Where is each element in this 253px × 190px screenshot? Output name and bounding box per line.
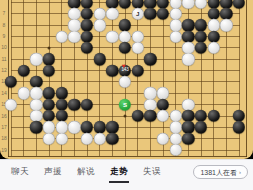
white-stone: [17, 87, 29, 99]
tab-失误[interactable]: 失误: [142, 164, 162, 183]
white-stone: [55, 30, 67, 42]
black-stone: [233, 121, 245, 133]
black-stone: [157, 8, 169, 20]
viewers-pill[interactable]: 1381人在看 ›: [193, 165, 248, 179]
black-stone: [93, 53, 105, 65]
white-stone: [68, 121, 80, 133]
white-stone: [182, 0, 194, 9]
black-stone: [43, 64, 55, 76]
last-move-triangle-icon: [122, 65, 126, 68]
white-stone: [43, 132, 55, 144]
white-stone: [182, 53, 194, 65]
white-stone: [169, 30, 181, 42]
row-coordinate-label: 11: [0, 56, 8, 61]
tab-list: 聊天声援解说走势失误: [10, 164, 162, 183]
white-stone: [169, 144, 181, 156]
black-stone: [144, 110, 156, 122]
black-stone: [119, 42, 131, 54]
chevron-right-icon: ›: [239, 169, 241, 175]
black-stone: [81, 98, 93, 110]
row-coordinate-label: 18: [0, 136, 8, 141]
black-stone: [131, 64, 143, 76]
tab-走势[interactable]: 走势: [109, 164, 129, 183]
white-stone: [195, 0, 207, 9]
row-coordinate-label: 14: [0, 90, 8, 95]
black-stone: [5, 76, 17, 88]
black-stone: [68, 98, 80, 110]
black-stone: [106, 132, 118, 144]
white-stone: [30, 53, 42, 65]
white-stone: [68, 30, 80, 42]
black-stone: [30, 121, 42, 133]
black-stone: [144, 53, 156, 65]
black-stone: [81, 42, 93, 54]
black-stone: [233, 0, 245, 9]
white-stone: [55, 132, 67, 144]
row-coordinate-label: 7: [0, 11, 8, 16]
tab-聊天[interactable]: 聊天: [10, 164, 30, 183]
white-stone: [207, 42, 219, 54]
white-stone: [106, 30, 118, 42]
row-coordinate-label: 9: [0, 34, 8, 39]
bottom-tab-bar: 聊天声援解说走势失误 1381人在看 › ❤ ❤ ❤: [0, 159, 253, 190]
white-stone: [220, 19, 232, 31]
hoshi-point: [124, 115, 127, 118]
white-stone: [93, 132, 105, 144]
tab-解说[interactable]: 解说: [76, 164, 96, 183]
tab-声援[interactable]: 声援: [43, 164, 63, 183]
black-stone: [195, 42, 207, 54]
black-stone: [195, 121, 207, 133]
hoshi-point: [48, 46, 51, 49]
row-coordinate-label: 8: [0, 22, 8, 27]
white-stone: [93, 19, 105, 31]
white-stone: [157, 110, 169, 122]
row-coordinate-label: 17: [0, 124, 8, 129]
go-live-screen: 78910111213141516171819J143S 聊天声援解说走势失误 …: [0, 0, 253, 190]
black-stone: [182, 132, 194, 144]
black-stone: [17, 64, 29, 76]
row-coordinate-label: 12: [0, 68, 8, 73]
row-coordinate-label: 10: [0, 45, 8, 50]
white-stone: [119, 76, 131, 88]
suggestion-stone: S: [119, 98, 131, 110]
go-board[interactable]: 78910111213141516171819J143S: [0, 0, 253, 159]
viewers-count-label: 1381人在看: [200, 169, 237, 176]
row-coordinate-label: 16: [0, 113, 8, 118]
white-stone: [5, 98, 17, 110]
black-stone: [106, 64, 118, 76]
white-stone: [81, 132, 93, 144]
white-stone: [131, 42, 143, 54]
white-stone: [106, 8, 118, 20]
black-stone: [144, 8, 156, 20]
row-coordinate-label: 19: [0, 147, 8, 152]
white-stone: [157, 132, 169, 144]
black-stone: [131, 110, 143, 122]
black-stone: [119, 0, 131, 9]
black-stone: [207, 110, 219, 122]
labeled-stone-J: J: [131, 8, 143, 20]
